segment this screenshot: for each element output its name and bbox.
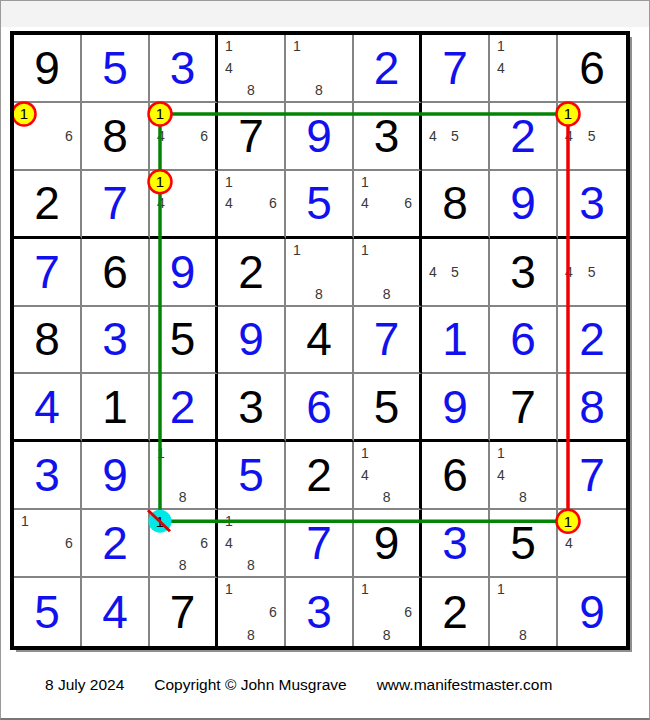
cell-r3c1: 2	[14, 171, 82, 239]
candidate-4: 4	[218, 192, 240, 214]
cell-r8c8: 5	[490, 510, 558, 578]
candidate-5: 5	[444, 125, 466, 147]
candidate-1: 1	[490, 35, 512, 57]
cell-value: 8	[579, 384, 605, 430]
pencil-marks: 16	[14, 510, 80, 576]
cell-r8c9: 14	[558, 510, 626, 578]
cell-r1c9: 6	[558, 35, 626, 103]
pencil-marks: 16	[14, 103, 80, 169]
cell-r8c5: 7	[286, 510, 354, 578]
pencil-marks: 146	[150, 103, 215, 169]
footer-copyright: Copyright © John Musgrave	[154, 676, 346, 694]
cell-value: 6	[306, 384, 332, 430]
candidate-8: 8	[172, 554, 194, 576]
candidate-4: 4	[558, 261, 581, 283]
cell-value: 2	[510, 113, 536, 159]
cell-r9c3: 7	[150, 578, 218, 646]
cell-r7c7: 6	[422, 442, 490, 510]
cell-r7c2: 9	[82, 442, 150, 510]
cell-value: 5	[306, 180, 332, 226]
candidate-1: 1	[218, 171, 240, 193]
cell-r5c4: 9	[218, 307, 286, 375]
cell-r4c9: 45	[558, 239, 626, 307]
cell-value: 7	[374, 316, 400, 362]
cell-value: 1	[102, 384, 128, 430]
cell-value: 3	[170, 45, 196, 91]
sudoku-image: 9531481827146168146793452145271414651468…	[0, 0, 650, 720]
candidate-1: 1	[354, 442, 376, 464]
cell-r6c4: 3	[218, 374, 286, 442]
cell-value: 2	[170, 384, 196, 430]
candidate-5: 5	[581, 261, 604, 283]
cell-r1c8: 14	[490, 35, 558, 103]
cell-r1c4: 148	[218, 35, 286, 103]
cell-r4c3: 9	[150, 239, 218, 307]
cell-r1c1: 9	[14, 35, 82, 103]
pencil-marks: 14	[490, 35, 556, 101]
top-margin-strip	[1, 1, 649, 27]
candidate-8: 8	[240, 623, 262, 646]
cell-value: 7	[102, 180, 128, 226]
cell-value: 9	[442, 384, 468, 430]
cell-r2c7: 45	[422, 103, 490, 171]
candidate-1: 1	[150, 103, 172, 125]
cell-r6c9: 8	[558, 374, 626, 442]
cell-r1c2: 5	[82, 35, 150, 103]
pencil-marks: 45	[422, 103, 488, 169]
candidate-4: 4	[218, 532, 240, 554]
cell-r7c1: 3	[14, 442, 82, 510]
cell-value: 4	[102, 589, 128, 635]
candidate-4: 4	[490, 57, 512, 79]
cell-r2c8: 2	[490, 103, 558, 171]
pencil-marks: 168	[150, 510, 215, 576]
cell-value: 7	[34, 249, 60, 295]
candidate-1: 1	[490, 578, 512, 601]
candidate-1: 1	[150, 171, 172, 193]
sudoku-board: 9531481827146168146793452145271414651468…	[10, 31, 630, 650]
cell-value: 8	[442, 180, 468, 226]
candidate-1: 1	[490, 442, 512, 464]
candidate-8: 8	[376, 623, 398, 646]
candidate-4: 4	[490, 464, 512, 486]
candidate-8: 8	[512, 623, 534, 646]
cell-r7c6: 148	[354, 442, 422, 510]
cell-r9c4: 168	[218, 578, 286, 646]
cell-r2c6: 3	[354, 103, 422, 171]
cell-r5c6: 7	[354, 307, 422, 375]
cell-value: 9	[510, 180, 536, 226]
footer: 8 July 2024 Copyright © John Musgrave ww…	[1, 653, 649, 717]
candidate-4: 4	[558, 125, 581, 147]
candidate-8: 8	[376, 283, 398, 305]
cell-r3c8: 9	[490, 171, 558, 239]
pencil-marks: 168	[218, 578, 284, 646]
cell-r6c8: 7	[490, 374, 558, 442]
footer-date: 8 July 2024	[45, 676, 124, 694]
candidate-1: 1	[354, 239, 376, 261]
candidate-4: 4	[354, 192, 376, 214]
cell-value: 3	[374, 113, 400, 159]
cell-value: 3	[102, 316, 128, 362]
cell-r5c1: 8	[14, 307, 82, 375]
cell-r7c8: 148	[490, 442, 558, 510]
cell-r5c5: 4	[286, 307, 354, 375]
cell-value: 6	[442, 452, 468, 498]
pencil-marks: 18	[286, 239, 352, 305]
candidate-1: 1	[218, 578, 240, 601]
pencil-marks: 18	[490, 578, 556, 646]
cell-value: 9	[579, 589, 605, 635]
candidate-8: 8	[512, 486, 534, 508]
candidate-4: 4	[354, 464, 376, 486]
pencil-marks: 148	[354, 442, 419, 508]
cell-r1c6: 2	[354, 35, 422, 103]
cell-r5c2: 3	[82, 307, 150, 375]
cell-value: 5	[374, 384, 400, 430]
pencil-marks: 14	[558, 510, 626, 576]
cell-r7c4: 5	[218, 442, 286, 510]
cell-value: 2	[34, 180, 60, 226]
cell-value: 4	[306, 316, 332, 362]
cell-value: 4	[34, 384, 60, 430]
pencil-marks: 45	[422, 239, 488, 305]
cell-r8c4: 148	[218, 510, 286, 578]
candidate-1: 1	[558, 103, 581, 125]
cell-r9c9: 9	[558, 578, 626, 646]
cell-value: 5	[102, 45, 128, 91]
pencil-marks: 146	[354, 171, 419, 236]
cell-value: 3	[442, 520, 468, 566]
candidate-4: 4	[422, 261, 444, 283]
pencil-marks: 18	[354, 239, 419, 305]
cell-value: 5	[510, 520, 536, 566]
cell-r9c5: 3	[286, 578, 354, 646]
cell-value: 2	[238, 249, 264, 295]
candidate-4: 4	[150, 192, 172, 214]
cell-r4c5: 18	[286, 239, 354, 307]
pencil-marks: 168	[354, 578, 419, 646]
cell-r8c6: 9	[354, 510, 422, 578]
cell-r3c6: 146	[354, 171, 422, 239]
cell-value: 7	[442, 45, 468, 91]
pencil-marks: 148	[490, 442, 556, 508]
cell-r9c8: 18	[490, 578, 558, 646]
cell-r3c4: 146	[218, 171, 286, 239]
candidate-1: 1	[14, 103, 36, 125]
cell-r1c3: 3	[150, 35, 218, 103]
candidate-4: 4	[422, 125, 444, 147]
candidate-6: 6	[397, 192, 419, 214]
cell-r5c8: 6	[490, 307, 558, 375]
cell-r5c9: 2	[558, 307, 626, 375]
candidate-8: 8	[308, 283, 330, 305]
cell-value: 7	[170, 589, 196, 635]
cell-r9c7: 2	[422, 578, 490, 646]
candidate-1: 1	[218, 35, 240, 57]
cell-value: 8	[34, 316, 60, 362]
cell-r2c4: 7	[218, 103, 286, 171]
cell-r9c6: 168	[354, 578, 422, 646]
cell-r1c7: 7	[422, 35, 490, 103]
cell-r3c7: 8	[422, 171, 490, 239]
cell-r9c2: 4	[82, 578, 150, 646]
cell-value: 2	[579, 316, 605, 362]
cell-r5c3: 5	[150, 307, 218, 375]
cell-value: 3	[34, 452, 60, 498]
cell-r2c5: 9	[286, 103, 354, 171]
cell-value: 9	[238, 316, 264, 362]
cell-r6c2: 1	[82, 374, 150, 442]
cell-r3c3: 14	[150, 171, 218, 239]
candidate-5: 5	[581, 125, 604, 147]
pencil-marks: 14	[150, 171, 215, 236]
cell-r7c3: 18	[150, 442, 218, 510]
cell-r4c4: 2	[218, 239, 286, 307]
candidate-6: 6	[193, 532, 215, 554]
candidate-8: 8	[308, 79, 330, 101]
cell-r6c5: 6	[286, 374, 354, 442]
cell-r3c9: 3	[558, 171, 626, 239]
candidate-8: 8	[172, 486, 194, 508]
cell-r9c1: 5	[14, 578, 82, 646]
cell-r8c7: 3	[422, 510, 490, 578]
cell-r2c1: 16	[14, 103, 82, 171]
cell-value: 6	[579, 45, 605, 91]
cell-r5c7: 1	[422, 307, 490, 375]
pencil-marks: 148	[218, 35, 284, 101]
cell-value: 2	[102, 520, 128, 566]
cell-value: 3	[579, 180, 605, 226]
candidate-6: 6	[262, 192, 284, 214]
candidate-6: 6	[58, 532, 80, 554]
cell-r8c3: 168	[150, 510, 218, 578]
candidate-4: 4	[150, 125, 172, 147]
cell-r2c3: 146	[150, 103, 218, 171]
cell-r3c5: 5	[286, 171, 354, 239]
candidate-1: 1	[354, 171, 376, 193]
cell-value: 2	[374, 45, 400, 91]
pencil-marks: 18	[150, 442, 215, 508]
cell-r8c2: 2	[82, 510, 150, 578]
candidate-1: 1	[150, 510, 172, 532]
cell-value: 2	[306, 452, 332, 498]
cell-value: 6	[102, 249, 128, 295]
cell-r4c7: 45	[422, 239, 490, 307]
candidate-8: 8	[240, 554, 262, 576]
candidate-1: 1	[150, 442, 172, 464]
cell-r6c7: 9	[422, 374, 490, 442]
candidate-8: 8	[376, 486, 398, 508]
pencil-marks: 146	[218, 171, 284, 236]
candidate-1: 1	[286, 239, 308, 261]
cell-value: 5	[238, 452, 264, 498]
footer-website: www.manifestmaster.com	[377, 676, 553, 694]
candidate-1: 1	[286, 35, 308, 57]
cell-value: 9	[102, 452, 128, 498]
cell-value: 5	[34, 589, 60, 635]
pencil-marks: 18	[286, 35, 352, 101]
candidate-1: 1	[218, 510, 240, 532]
candidate-8: 8	[240, 79, 262, 101]
cell-value: 3	[238, 384, 264, 430]
candidate-6: 6	[58, 125, 80, 147]
cell-value: 3	[510, 249, 536, 295]
cell-r7c9: 7	[558, 442, 626, 510]
pencil-marks: 148	[218, 510, 284, 576]
candidate-1: 1	[558, 510, 581, 532]
cell-r2c9: 145	[558, 103, 626, 171]
cell-r1c5: 18	[286, 35, 354, 103]
cell-r4c2: 6	[82, 239, 150, 307]
candidate-6: 6	[193, 125, 215, 147]
cell-r7c5: 2	[286, 442, 354, 510]
cell-value: 5	[170, 316, 196, 362]
cell-value: 9	[306, 113, 332, 159]
cell-value: 7	[306, 520, 332, 566]
cell-value: 7	[579, 452, 605, 498]
candidate-4: 4	[218, 57, 240, 79]
cell-r3c2: 7	[82, 171, 150, 239]
cell-value: 9	[34, 45, 60, 91]
cell-value: 2	[442, 589, 468, 635]
candidate-6: 6	[397, 601, 419, 624]
candidate-6: 6	[262, 601, 284, 624]
cell-r6c1: 4	[14, 374, 82, 442]
cell-value: 6	[510, 316, 536, 362]
cell-value: 9	[170, 249, 196, 295]
candidate-4: 4	[558, 532, 581, 554]
cell-value: 7	[510, 384, 536, 430]
cell-r4c8: 3	[490, 239, 558, 307]
cell-value: 8	[102, 113, 128, 159]
cell-value: 9	[374, 520, 400, 566]
cell-r8c1: 16	[14, 510, 82, 578]
cell-r4c6: 18	[354, 239, 422, 307]
cell-value: 7	[238, 113, 264, 159]
cell-r6c6: 5	[354, 374, 422, 442]
cell-r6c3: 2	[150, 374, 218, 442]
candidate-1: 1	[14, 510, 36, 532]
cell-r2c2: 8	[82, 103, 150, 171]
cell-value: 3	[306, 589, 332, 635]
pencil-marks: 45	[558, 239, 626, 305]
cell-r4c1: 7	[14, 239, 82, 307]
pencil-marks: 145	[558, 103, 626, 169]
cell-value: 1	[442, 316, 468, 362]
candidate-1: 1	[354, 578, 376, 601]
candidate-5: 5	[444, 261, 466, 283]
